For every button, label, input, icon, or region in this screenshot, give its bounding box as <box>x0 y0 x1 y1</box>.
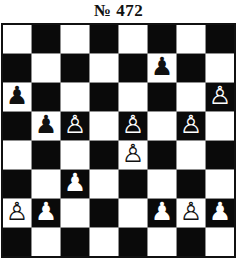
white-pawn: ♟ <box>151 199 173 226</box>
square-e2 <box>119 199 147 227</box>
square-f4 <box>148 141 176 169</box>
white-pawn: ♙ <box>6 199 28 226</box>
square-b3 <box>32 170 60 198</box>
diagram-number: № 472 <box>0 0 237 23</box>
square-a3 <box>3 170 31 198</box>
square-g6 <box>177 83 205 111</box>
black-pawn: ♟ <box>151 54 173 81</box>
square-f6 <box>148 83 176 111</box>
square-g8 <box>177 25 205 53</box>
square-a4 <box>3 141 31 169</box>
square-h7 <box>206 54 234 82</box>
square-d3 <box>90 170 118 198</box>
square-f5 <box>148 112 176 140</box>
square-g4 <box>177 141 205 169</box>
square-d4 <box>90 141 118 169</box>
square-g1 <box>177 228 205 256</box>
white-pawn: ♙ <box>180 199 202 226</box>
square-e6 <box>119 83 147 111</box>
black-pawn: ♟ <box>6 83 28 110</box>
square-b2: ♟ <box>32 199 60 227</box>
square-c1 <box>61 228 89 256</box>
square-a6: ♟ <box>3 83 31 111</box>
diagram-page: № 472 ♟♟♙♟♙♙♙♙♟♙♟♟♙♟ <box>0 0 237 260</box>
black-pawn: ♙ <box>209 83 231 110</box>
square-e3 <box>119 170 147 198</box>
square-d2 <box>90 199 118 227</box>
square-g3 <box>177 170 205 198</box>
square-a8 <box>3 25 31 53</box>
square-b1 <box>32 228 60 256</box>
square-h3 <box>206 170 234 198</box>
square-f7: ♟ <box>148 54 176 82</box>
square-h4 <box>206 141 234 169</box>
square-e7 <box>119 54 147 82</box>
square-h6: ♙ <box>206 83 234 111</box>
square-b5: ♟ <box>32 112 60 140</box>
square-h2: ♟ <box>206 199 234 227</box>
black-pawn: ♙ <box>64 112 86 139</box>
square-g2: ♙ <box>177 199 205 227</box>
square-e8 <box>119 25 147 53</box>
square-b8 <box>32 25 60 53</box>
square-f1 <box>148 228 176 256</box>
square-e5: ♙ <box>119 112 147 140</box>
square-a5 <box>3 112 31 140</box>
square-h1 <box>206 228 234 256</box>
square-c3: ♟ <box>61 170 89 198</box>
black-pawn: ♟ <box>35 112 57 139</box>
square-e4: ♙ <box>119 141 147 169</box>
square-b4 <box>32 141 60 169</box>
square-d8 <box>90 25 118 53</box>
white-pawn: ♙ <box>122 141 144 168</box>
square-c2 <box>61 199 89 227</box>
white-pawn: ♟ <box>35 199 57 226</box>
white-pawn: ♟ <box>64 170 86 197</box>
square-e1 <box>119 228 147 256</box>
square-d1 <box>90 228 118 256</box>
square-c8 <box>61 25 89 53</box>
square-c5: ♙ <box>61 112 89 140</box>
square-a7 <box>3 54 31 82</box>
square-h5 <box>206 112 234 140</box>
square-c6 <box>61 83 89 111</box>
square-c4 <box>61 141 89 169</box>
square-a2: ♙ <box>3 199 31 227</box>
white-pawn: ♟ <box>209 199 231 226</box>
square-f8 <box>148 25 176 53</box>
chess-board: ♟♟♙♟♙♙♙♙♟♙♟♟♙♟ <box>1 23 236 258</box>
black-pawn: ♙ <box>122 112 144 139</box>
square-c7 <box>61 54 89 82</box>
square-b6 <box>32 83 60 111</box>
square-d6 <box>90 83 118 111</box>
square-f3 <box>148 170 176 198</box>
square-b7 <box>32 54 60 82</box>
square-h8 <box>206 25 234 53</box>
square-a1 <box>3 228 31 256</box>
square-f2: ♟ <box>148 199 176 227</box>
square-g7 <box>177 54 205 82</box>
square-d7 <box>90 54 118 82</box>
black-pawn: ♙ <box>180 112 202 139</box>
square-d5 <box>90 112 118 140</box>
square-g5: ♙ <box>177 112 205 140</box>
